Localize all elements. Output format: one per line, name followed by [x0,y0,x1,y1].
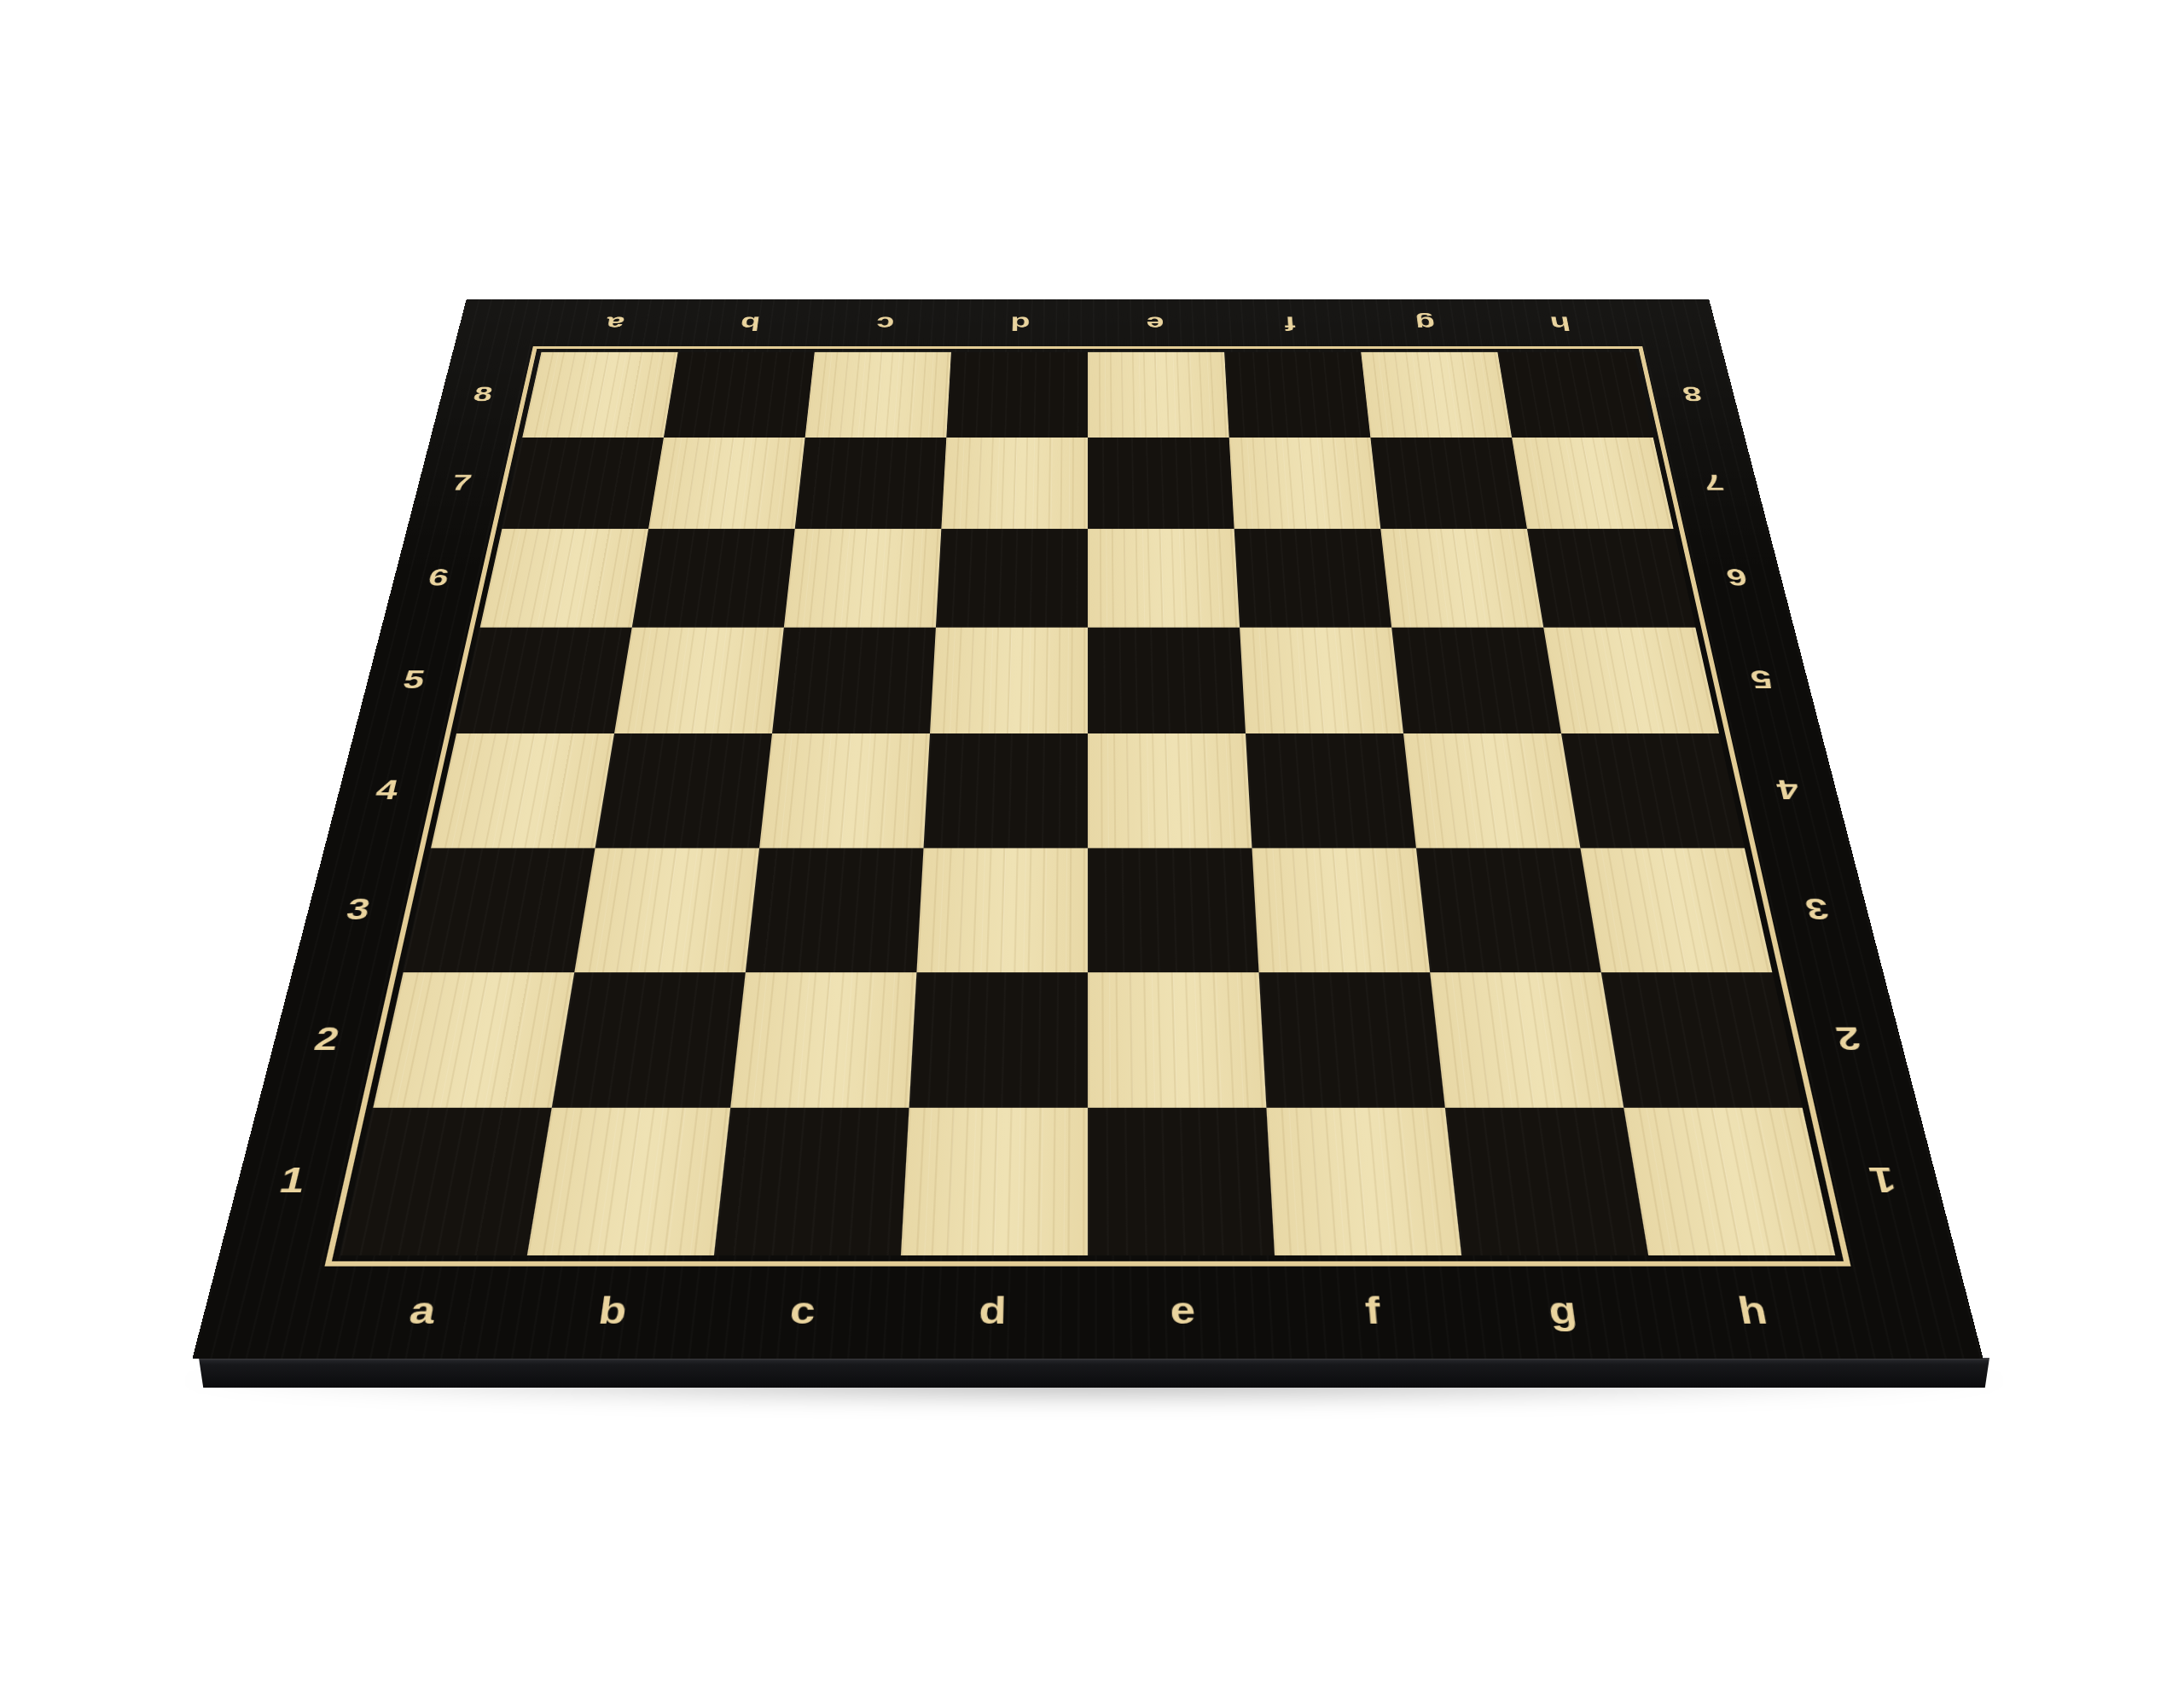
square-d1 [901,1108,1088,1255]
square-e2 [1088,972,1266,1108]
file-label-e: e [1088,1264,1281,1359]
rank-label-3: 3 [293,848,422,972]
file-label-d: d [951,299,1088,347]
file-label-e: e [1088,299,1224,347]
square-g7 [1370,438,1527,529]
square-a1 [340,1108,552,1255]
square-h5 [1543,628,1719,733]
file-label-d: d [895,1264,1088,1359]
square-g2 [1430,972,1623,1108]
square-h3 [1580,848,1772,972]
square-d3 [916,848,1088,972]
square-g5 [1391,628,1561,733]
rank-label-7: 7 [1661,438,1769,529]
file-label-g: g [1355,299,1496,347]
square-e4 [1088,733,1252,848]
square-a8 [522,352,677,438]
rank-label-4: 4 [1728,733,1851,848]
square-h7 [1512,438,1674,529]
square-b5 [614,628,784,733]
file-label-c: c [702,1264,900,1359]
square-g3 [1416,848,1601,972]
square-c4 [759,733,930,848]
square-d8 [946,352,1088,438]
square-f6 [1234,529,1392,627]
file-labels-top: abcdefgh [543,299,1634,347]
play-area [340,352,1835,1255]
square-b8 [664,352,815,438]
square-f5 [1240,628,1403,733]
file-label-a: a [543,299,687,347]
square-c8 [805,352,951,438]
square-c3 [746,848,924,972]
file-label-a: a [317,1264,526,1359]
square-f7 [1229,438,1381,529]
square-b6 [632,529,795,627]
square-e3 [1088,848,1259,972]
square-f4 [1246,733,1416,848]
square-h8 [1497,352,1653,438]
square-e7 [1088,438,1234,529]
square-c6 [784,529,942,627]
rank-label-6: 6 [381,529,494,627]
square-f8 [1224,352,1370,438]
square-a6 [480,529,648,627]
square-d2 [909,972,1088,1108]
square-d7 [941,438,1088,529]
square-a2 [373,972,574,1108]
square-c5 [772,628,936,733]
square-g6 [1380,529,1543,627]
rank-label-4: 4 [324,733,448,848]
rank-label-1: 1 [219,1108,363,1255]
file-label-b: b [510,1264,713,1359]
rank-label-3: 3 [1753,848,1883,972]
file-label-h: h [1489,299,1633,347]
rank-label-7: 7 [407,438,514,529]
square-f3 [1252,848,1430,972]
rank-label-6: 6 [1682,529,1794,627]
rank-label-1: 1 [1812,1108,1956,1255]
square-h6 [1527,529,1695,627]
file-label-f: f [1222,299,1361,347]
square-h1 [1623,1108,1835,1255]
square-d4 [924,733,1088,848]
rank-label-5: 5 [354,628,472,733]
square-b1 [527,1108,730,1255]
square-f2 [1259,972,1445,1108]
square-a7 [502,438,664,529]
file-label-c: c [815,299,954,347]
square-c2 [730,972,916,1108]
rank-label-2: 2 [1781,972,1918,1108]
square-a3 [404,848,595,972]
square-h2 [1601,972,1803,1108]
rank-label-2: 2 [258,972,394,1108]
square-g1 [1445,1108,1648,1255]
square-g8 [1361,352,1512,438]
square-h4 [1561,733,1745,848]
square-a4 [431,733,614,848]
square-f1 [1266,1108,1461,1255]
square-b3 [574,848,759,972]
square-e1 [1088,1108,1275,1255]
square-c7 [795,438,947,529]
square-g4 [1403,733,1580,848]
square-b4 [595,733,772,848]
rank-label-8: 8 [431,352,534,438]
file-label-f: f [1275,1264,1473,1359]
board-side-edge [199,1358,1989,1388]
square-b7 [648,438,805,529]
square-d5 [930,628,1088,733]
square-b2 [552,972,746,1108]
file-label-g: g [1462,1264,1665,1359]
rank-label-8: 8 [1641,352,1745,438]
photo-stage: abcdefgh abcdefgh 87654321 87654321 [0,0,2184,1687]
square-e8 [1088,352,1229,438]
square-e6 [1088,529,1240,627]
square-c1 [714,1108,909,1255]
square-a5 [456,628,632,733]
file-labels-bottom: abcdefgh [317,1264,1858,1359]
file-label-h: h [1650,1264,1858,1359]
square-e5 [1088,628,1246,733]
rank-label-5: 5 [1704,628,1821,733]
file-label-b: b [679,299,821,347]
square-d6 [936,529,1088,627]
chess-board: abcdefgh abcdefgh 87654321 87654321 [192,299,1983,1359]
